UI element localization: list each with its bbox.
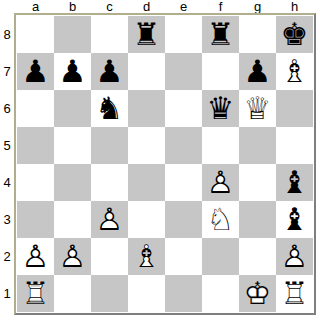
square-h1[interactable]: ♜♖ xyxy=(276,275,313,312)
square-a7[interactable]: ♟ xyxy=(17,53,54,90)
square-e4[interactable] xyxy=(165,164,202,201)
square-e1[interactable] xyxy=(165,275,202,312)
piece-black-pawn-g7[interactable]: ♟ xyxy=(239,53,276,90)
square-c8[interactable] xyxy=(91,16,128,53)
square-b4[interactable] xyxy=(54,164,91,201)
square-h6[interactable] xyxy=(276,90,313,127)
square-c6[interactable]: ♞ xyxy=(91,90,128,127)
square-g7[interactable]: ♟ xyxy=(239,53,276,90)
square-a6[interactable] xyxy=(17,90,54,127)
square-g2[interactable] xyxy=(239,238,276,275)
square-b8[interactable] xyxy=(54,16,91,53)
square-c4[interactable] xyxy=(91,164,128,201)
square-e6[interactable] xyxy=(165,90,202,127)
piece-white-rook-h1[interactable]: ♖ xyxy=(276,275,313,312)
chess-diagram: abcdefgh 87654321 ♜♜♚♟♟♟♟♝♗♞♛♛♕♟♙♝♟♙♞♘♝♟… xyxy=(0,0,320,320)
square-d6[interactable] xyxy=(128,90,165,127)
square-f4[interactable]: ♟♙ xyxy=(202,164,239,201)
square-h4[interactable]: ♝ xyxy=(276,164,313,201)
square-c5[interactable] xyxy=(91,127,128,164)
square-h8[interactable]: ♚ xyxy=(276,16,313,53)
square-e5[interactable] xyxy=(165,127,202,164)
square-f1[interactable] xyxy=(202,275,239,312)
piece-black-bishop-h4[interactable]: ♝ xyxy=(276,164,313,201)
file-label-b: b xyxy=(54,0,91,14)
square-c3[interactable]: ♟♙ xyxy=(91,201,128,238)
file-label-g: g xyxy=(239,0,276,14)
square-h7[interactable]: ♝♗ xyxy=(276,53,313,90)
piece-black-bishop-h3[interactable]: ♝ xyxy=(276,201,313,238)
square-h2[interactable]: ♟♙ xyxy=(276,238,313,275)
square-d8[interactable]: ♜ xyxy=(128,16,165,53)
square-a8[interactable] xyxy=(17,16,54,53)
file-label-a: a xyxy=(17,0,54,14)
piece-black-queen-f6[interactable]: ♛ xyxy=(202,90,239,127)
square-d7[interactable] xyxy=(128,53,165,90)
square-b6[interactable] xyxy=(54,90,91,127)
file-labels: abcdefgh xyxy=(17,0,313,14)
square-c2[interactable] xyxy=(91,238,128,275)
rank-labels: 87654321 xyxy=(0,16,14,312)
piece-white-bishop-d2[interactable]: ♗ xyxy=(128,238,165,275)
square-h3[interactable]: ♝ xyxy=(276,201,313,238)
square-g3[interactable] xyxy=(239,201,276,238)
square-c7[interactable]: ♟ xyxy=(91,53,128,90)
square-g5[interactable] xyxy=(239,127,276,164)
square-e2[interactable] xyxy=(165,238,202,275)
piece-black-pawn-b7[interactable]: ♟ xyxy=(54,53,91,90)
rank-label-7: 7 xyxy=(0,53,14,90)
piece-black-rook-f8[interactable]: ♜ xyxy=(202,16,239,53)
square-f2[interactable] xyxy=(202,238,239,275)
square-e7[interactable] xyxy=(165,53,202,90)
square-a2[interactable]: ♟♙ xyxy=(17,238,54,275)
square-g4[interactable] xyxy=(239,164,276,201)
square-e8[interactable] xyxy=(165,16,202,53)
rank-label-1: 1 xyxy=(0,275,14,312)
piece-white-pawn-a2[interactable]: ♙ xyxy=(17,238,54,275)
file-label-f: f xyxy=(202,0,239,14)
square-g6[interactable]: ♛♕ xyxy=(239,90,276,127)
piece-black-rook-d8[interactable]: ♜ xyxy=(128,16,165,53)
piece-white-rook-a1[interactable]: ♖ xyxy=(17,275,54,312)
square-h5[interactable] xyxy=(276,127,313,164)
rank-label-2: 2 xyxy=(0,238,14,275)
piece-white-pawn-b2[interactable]: ♙ xyxy=(54,238,91,275)
square-d2[interactable]: ♝♗ xyxy=(128,238,165,275)
file-label-c: c xyxy=(91,0,128,14)
square-e3[interactable] xyxy=(165,201,202,238)
square-d5[interactable] xyxy=(128,127,165,164)
square-f8[interactable]: ♜ xyxy=(202,16,239,53)
piece-white-pawn-c3[interactable]: ♙ xyxy=(91,201,128,238)
piece-white-pawn-f4[interactable]: ♙ xyxy=(202,164,239,201)
square-b3[interactable] xyxy=(54,201,91,238)
file-label-e: e xyxy=(165,0,202,14)
piece-white-queen-g6[interactable]: ♕ xyxy=(239,90,276,127)
square-f5[interactable] xyxy=(202,127,239,164)
piece-black-king-h8[interactable]: ♚ xyxy=(276,16,313,53)
piece-black-pawn-a7[interactable]: ♟ xyxy=(17,53,54,90)
piece-black-knight-c6[interactable]: ♞ xyxy=(91,90,128,127)
square-a5[interactable] xyxy=(17,127,54,164)
piece-white-bishop-h7[interactable]: ♗ xyxy=(276,53,313,90)
square-g8[interactable] xyxy=(239,16,276,53)
rank-label-4: 4 xyxy=(0,164,14,201)
rank-label-3: 3 xyxy=(0,201,14,238)
square-b1[interactable] xyxy=(54,275,91,312)
chess-board: ♜♜♚♟♟♟♟♝♗♞♛♛♕♟♙♝♟♙♞♘♝♟♙♟♙♝♗♟♙♜♖♚♔♜♖ xyxy=(14,13,316,315)
piece-white-pawn-h2[interactable]: ♙ xyxy=(276,238,313,275)
piece-white-knight-f3[interactable]: ♘ xyxy=(202,201,239,238)
square-f3[interactable]: ♞♘ xyxy=(202,201,239,238)
square-g1[interactable]: ♚♔ xyxy=(239,275,276,312)
square-d4[interactable] xyxy=(128,164,165,201)
square-a4[interactable] xyxy=(17,164,54,201)
square-b5[interactable] xyxy=(54,127,91,164)
square-b2[interactable]: ♟♙ xyxy=(54,238,91,275)
rank-label-6: 6 xyxy=(0,90,14,127)
square-d3[interactable] xyxy=(128,201,165,238)
file-label-d: d xyxy=(128,0,165,14)
square-d1[interactable] xyxy=(128,275,165,312)
square-b7[interactable]: ♟ xyxy=(54,53,91,90)
piece-white-king-g1[interactable]: ♔ xyxy=(239,275,276,312)
file-label-h: h xyxy=(276,0,313,14)
square-f6[interactable]: ♛ xyxy=(202,90,239,127)
square-f7[interactable] xyxy=(202,53,239,90)
square-a3[interactable] xyxy=(17,201,54,238)
rank-label-8: 8 xyxy=(0,16,14,53)
piece-black-pawn-c7[interactable]: ♟ xyxy=(91,53,128,90)
square-a1[interactable]: ♜♖ xyxy=(17,275,54,312)
square-c1[interactable] xyxy=(91,275,128,312)
rank-label-5: 5 xyxy=(0,127,14,164)
